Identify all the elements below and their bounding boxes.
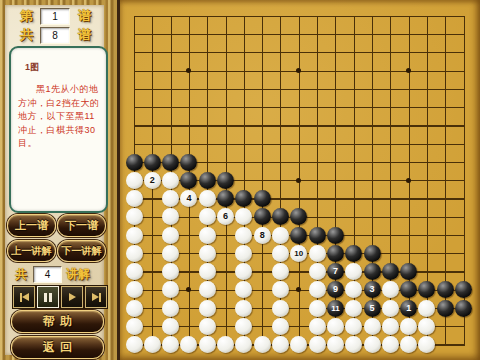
white-stone [254,336,271,353]
white-stone [199,281,216,298]
commentary-counter-prefix: 共 [15,266,27,282]
white-stone [162,172,179,189]
white-stone [144,336,161,353]
move-2-stone: 2 [144,172,161,189]
white-stone [309,300,326,317]
help-button[interactable]: 帮助 [11,310,104,333]
move-5-stone: 5 [364,300,381,317]
white-stone [272,227,289,244]
white-stone [199,208,216,225]
white-stone [364,336,381,353]
next-diagram-label: 下一谱 [58,215,105,236]
white-stone [199,336,216,353]
black-stone [254,208,271,225]
black-stone [400,263,417,280]
white-stone [126,190,143,207]
move-7-stone: 7 [327,263,344,280]
move-11-stone: 11 [327,300,344,317]
prev-diagram-button[interactable]: 上一谱 [7,214,56,237]
white-stone [327,336,344,353]
play-icon [69,293,76,301]
white-stone [345,336,362,353]
figure-label: 1图 [25,61,106,74]
diagram-counter-prefix: 第 [20,8,33,24]
skip-to-start-button[interactable] [13,286,35,308]
black-stone [180,154,197,171]
black-stone [345,245,362,262]
white-stone [199,263,216,280]
white-stone [126,245,143,262]
white-stone [364,318,381,335]
white-stone [309,263,326,280]
star-point [406,178,411,183]
commentary-count-field[interactable]: 4 [33,266,62,283]
white-stone [272,300,289,317]
move-3-stone: 3 [364,281,381,298]
white-stone [309,336,326,353]
back-label: 返回 [12,337,103,358]
black-stone [217,190,234,207]
black-stone [455,300,472,317]
next-diagram-button[interactable]: 下一谱 [57,214,106,237]
skip-to-end-button[interactable] [85,286,107,308]
white-stone [418,300,435,317]
commentary-text: 黑1先从小的地方冲，白2挡在大的地方，以下至黑11冲止，白棋共得30目。 [18,83,100,151]
white-stone [126,227,143,244]
black-stone [199,172,216,189]
white-stone [235,318,252,335]
skip-to-end-icon [92,293,99,301]
black-stone [126,154,143,171]
black-stone [309,227,326,244]
white-stone [235,227,252,244]
white-stone [382,318,399,335]
commentary-box: 1图 黑1先从小的地方冲，白2挡在大的地方，以下至黑11冲止，白棋共得30目。 [9,46,108,213]
diagram-total-field[interactable]: 8 [40,27,70,44]
white-stone [126,318,143,335]
white-stone [162,190,179,207]
white-stone [126,172,143,189]
pause-button[interactable] [37,286,59,308]
black-stone [254,190,271,207]
white-stone [400,336,417,353]
white-stone [235,300,252,317]
white-stone [126,263,143,280]
black-stone [290,227,307,244]
help-label: 帮助 [12,311,103,332]
white-stone [162,245,179,262]
white-stone [199,245,216,262]
white-stone [290,336,307,353]
white-stone [235,336,252,353]
pause-icon [44,293,47,302]
white-stone [327,318,344,335]
go-board[interactable]: 2468107931151 [117,0,480,360]
white-stone [162,300,179,317]
white-stone [309,281,326,298]
black-stone [437,281,454,298]
white-stone [199,190,216,207]
white-stone [309,318,326,335]
white-stone [199,300,216,317]
white-stone [345,300,362,317]
black-stone [217,172,234,189]
black-stone [437,300,454,317]
white-stone [126,281,143,298]
white-stone [418,336,435,353]
move-1-stone: 1 [400,300,417,317]
white-stone [162,263,179,280]
move-8-stone: 8 [254,227,271,244]
play-button[interactable] [61,286,83,308]
next-commentary-label: 下一讲解 [58,241,105,261]
white-stone [272,318,289,335]
white-stone [345,318,362,335]
commentary-counter-suffix: 讲解 [66,266,90,282]
diagram-number-field[interactable]: 1 [40,8,70,25]
prev-diagram-label: 上一谱 [8,215,55,236]
move-10-stone: 10 [290,245,307,262]
white-stone [382,300,399,317]
white-stone [162,227,179,244]
white-stone [217,336,234,353]
white-stone [126,336,143,353]
white-stone [126,208,143,225]
white-stone [162,318,179,335]
white-stone [382,281,399,298]
left-panel-frame: 第 1 谱 共 8 谱 1图 黑1先从小的地方冲，白2挡在大的地方，以下至黑11… [0,0,117,360]
black-stone [455,281,472,298]
white-stone [309,245,326,262]
black-stone [327,227,344,244]
black-stone [327,245,344,262]
white-stone [235,245,252,262]
diagram-total-suffix: 谱 [78,27,91,43]
white-stone [126,300,143,317]
white-stone [400,318,417,335]
back-button[interactable]: 返回 [11,336,104,359]
white-stone [180,336,197,353]
black-stone [364,263,381,280]
black-stone [162,154,179,171]
black-stone [364,245,381,262]
diagram-counter-suffix: 谱 [78,8,91,24]
black-stone [144,154,161,171]
white-stone [199,318,216,335]
prev-commentary-button[interactable]: 上一讲解 [7,240,56,262]
next-commentary-button[interactable]: 下一讲解 [57,240,106,262]
black-stone [382,263,399,280]
white-stone [272,245,289,262]
app-window: 第 1 谱 共 8 谱 1图 黑1先从小的地方冲，白2挡在大的地方，以下至黑11… [0,0,480,360]
prev-commentary-label: 上一讲解 [8,241,55,261]
white-stone [162,336,179,353]
white-stone [199,227,216,244]
white-stone [382,336,399,353]
white-stone [272,263,289,280]
white-stone [272,336,289,353]
diagram-total-prefix: 共 [20,27,33,43]
